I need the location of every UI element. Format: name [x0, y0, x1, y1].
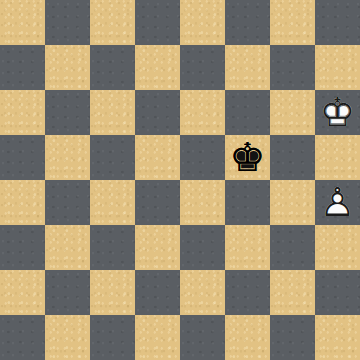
square-h4[interactable]: ♟♙ — [315, 180, 360, 225]
square-h5[interactable] — [315, 135, 360, 180]
square-h1[interactable] — [315, 315, 360, 360]
square-a4[interactable] — [0, 180, 45, 225]
square-c4[interactable] — [90, 180, 135, 225]
square-e4[interactable] — [180, 180, 225, 225]
square-f6[interactable] — [225, 90, 270, 135]
square-b2[interactable] — [45, 270, 90, 315]
square-b3[interactable] — [45, 225, 90, 270]
square-h6[interactable]: ♚♔ — [315, 90, 360, 135]
square-f2[interactable] — [225, 270, 270, 315]
square-g4[interactable] — [270, 180, 315, 225]
square-h8[interactable] — [315, 0, 360, 45]
square-g2[interactable] — [270, 270, 315, 315]
square-g3[interactable] — [270, 225, 315, 270]
square-e2[interactable] — [180, 270, 225, 315]
square-h7[interactable] — [315, 45, 360, 90]
square-a7[interactable] — [0, 45, 45, 90]
white-king-outline-glyph: ♔ — [315, 90, 360, 135]
square-a3[interactable] — [0, 225, 45, 270]
white-king[interactable]: ♚♔ — [315, 90, 360, 135]
square-c2[interactable] — [90, 270, 135, 315]
square-e6[interactable] — [180, 90, 225, 135]
square-a5[interactable] — [0, 135, 45, 180]
square-b1[interactable] — [45, 315, 90, 360]
square-c1[interactable] — [90, 315, 135, 360]
square-e5[interactable] — [180, 135, 225, 180]
square-b4[interactable] — [45, 180, 90, 225]
square-c5[interactable] — [90, 135, 135, 180]
square-g1[interactable] — [270, 315, 315, 360]
square-d1[interactable] — [135, 315, 180, 360]
chess-board: ♚♔♚♔♟♙ — [0, 0, 360, 360]
square-e7[interactable] — [180, 45, 225, 90]
square-d6[interactable] — [135, 90, 180, 135]
square-f8[interactable] — [225, 0, 270, 45]
square-c7[interactable] — [90, 45, 135, 90]
square-f1[interactable] — [225, 315, 270, 360]
square-e1[interactable] — [180, 315, 225, 360]
square-c3[interactable] — [90, 225, 135, 270]
square-d5[interactable] — [135, 135, 180, 180]
square-f5[interactable]: ♚♔ — [225, 135, 270, 180]
black-king-outline-glyph: ♔ — [225, 135, 270, 180]
square-b6[interactable] — [45, 90, 90, 135]
black-king[interactable]: ♚♔ — [225, 135, 270, 180]
square-a2[interactable] — [0, 270, 45, 315]
square-d2[interactable] — [135, 270, 180, 315]
square-a8[interactable] — [0, 0, 45, 45]
square-e3[interactable] — [180, 225, 225, 270]
square-h3[interactable] — [315, 225, 360, 270]
square-f3[interactable] — [225, 225, 270, 270]
square-a6[interactable] — [0, 90, 45, 135]
square-a1[interactable] — [0, 315, 45, 360]
square-f7[interactable] — [225, 45, 270, 90]
white-pawn-outline-glyph: ♙ — [315, 180, 360, 225]
square-c6[interactable] — [90, 90, 135, 135]
square-e8[interactable] — [180, 0, 225, 45]
square-d7[interactable] — [135, 45, 180, 90]
square-g5[interactable] — [270, 135, 315, 180]
square-f4[interactable] — [225, 180, 270, 225]
square-d4[interactable] — [135, 180, 180, 225]
square-g8[interactable] — [270, 0, 315, 45]
square-b5[interactable] — [45, 135, 90, 180]
square-g7[interactable] — [270, 45, 315, 90]
square-c8[interactable] — [90, 0, 135, 45]
square-d3[interactable] — [135, 225, 180, 270]
square-b7[interactable] — [45, 45, 90, 90]
white-pawn[interactable]: ♟♙ — [315, 180, 360, 225]
square-h2[interactable] — [315, 270, 360, 315]
square-g6[interactable] — [270, 90, 315, 135]
square-d8[interactable] — [135, 0, 180, 45]
square-b8[interactable] — [45, 0, 90, 45]
